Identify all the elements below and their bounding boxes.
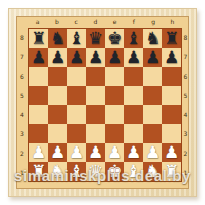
file-label-d: d bbox=[86, 16, 105, 28]
rank-label-4: 4 bbox=[182, 105, 189, 124]
square-c5[interactable] bbox=[67, 86, 86, 105]
square-e2[interactable]: ♟ bbox=[105, 143, 124, 162]
square-h2[interactable]: ♟ bbox=[162, 143, 181, 162]
file-labels-top: abcdefgh bbox=[28, 16, 182, 28]
square-a6[interactable] bbox=[29, 67, 48, 86]
square-f6[interactable] bbox=[124, 67, 143, 86]
rank-label-3: 3 bbox=[16, 124, 28, 143]
square-h1[interactable]: ♜ bbox=[162, 162, 181, 181]
square-a5[interactable] bbox=[29, 86, 48, 105]
square-h7[interactable]: ♟ bbox=[162, 48, 181, 67]
piece-white-pawn[interactable]: ♟ bbox=[107, 143, 122, 162]
square-c1[interactable]: ♝ bbox=[67, 162, 86, 181]
piece-white-pawn[interactable]: ♟ bbox=[31, 143, 46, 162]
square-g7[interactable]: ♟ bbox=[143, 48, 162, 67]
square-g8[interactable]: ♞ bbox=[143, 29, 162, 48]
board-photo: abcdefgh 87654321 87654321 ♜♞♝♛♚♝♞♜♟♟♟♟♟… bbox=[0, 0, 205, 205]
piece-white-pawn[interactable]: ♟ bbox=[145, 143, 160, 162]
rank-label-5: 5 bbox=[16, 86, 28, 105]
square-e8[interactable]: ♚ bbox=[105, 29, 124, 48]
piece-black-pawn[interactable]: ♟ bbox=[88, 48, 103, 67]
rank-label-5: 5 bbox=[182, 86, 189, 105]
file-label-h: h bbox=[163, 16, 182, 28]
square-e7[interactable]: ♟ bbox=[105, 48, 124, 67]
square-h3[interactable] bbox=[162, 124, 181, 143]
rank-label-2: 2 bbox=[16, 144, 28, 163]
piece-black-pawn[interactable]: ♟ bbox=[164, 48, 179, 67]
square-b7[interactable]: ♟ bbox=[48, 48, 67, 67]
piece-black-knight[interactable]: ♞ bbox=[145, 29, 160, 48]
file-label-c: c bbox=[67, 16, 86, 28]
square-a3[interactable] bbox=[29, 124, 48, 143]
rank-labels-right: 87654321 bbox=[182, 28, 189, 182]
piece-black-pawn[interactable]: ♟ bbox=[50, 48, 65, 67]
square-b6[interactable] bbox=[48, 67, 67, 86]
square-g5[interactable] bbox=[143, 86, 162, 105]
square-c8[interactable]: ♝ bbox=[67, 29, 86, 48]
square-b4[interactable] bbox=[48, 105, 67, 124]
square-b5[interactable] bbox=[48, 86, 67, 105]
file-label-f: f bbox=[124, 16, 143, 28]
piece-black-king[interactable]: ♚ bbox=[107, 29, 122, 48]
square-e1[interactable]: ♚ bbox=[105, 162, 124, 181]
square-f8[interactable]: ♝ bbox=[124, 29, 143, 48]
piece-black-knight[interactable]: ♞ bbox=[50, 29, 65, 48]
piece-white-bishop[interactable]: ♝ bbox=[126, 162, 141, 181]
square-b3[interactable] bbox=[48, 124, 67, 143]
piece-white-pawn[interactable]: ♟ bbox=[126, 143, 141, 162]
piece-white-pawn[interactable]: ♟ bbox=[164, 143, 179, 162]
square-c7[interactable]: ♟ bbox=[67, 48, 86, 67]
square-f1[interactable]: ♝ bbox=[124, 162, 143, 181]
square-e5[interactable] bbox=[105, 86, 124, 105]
piece-black-pawn[interactable]: ♟ bbox=[145, 48, 160, 67]
rank-labels-left: 87654321 bbox=[16, 28, 28, 182]
piece-black-pawn[interactable]: ♟ bbox=[107, 48, 122, 67]
square-h4[interactable] bbox=[162, 105, 181, 124]
file-label-e: e bbox=[105, 16, 124, 28]
square-c3[interactable] bbox=[67, 124, 86, 143]
square-g6[interactable] bbox=[143, 67, 162, 86]
square-f2[interactable]: ♟ bbox=[124, 143, 143, 162]
piece-white-queen[interactable]: ♛ bbox=[88, 162, 103, 181]
piece-white-rook[interactable]: ♜ bbox=[164, 162, 179, 181]
square-d5[interactable] bbox=[86, 86, 105, 105]
piece-white-knight[interactable]: ♞ bbox=[145, 162, 160, 181]
square-c4[interactable] bbox=[67, 105, 86, 124]
square-h6[interactable] bbox=[162, 67, 181, 86]
square-b1[interactable]: ♞ bbox=[48, 162, 67, 181]
square-d4[interactable] bbox=[86, 105, 105, 124]
piece-white-king[interactable]: ♚ bbox=[107, 162, 122, 181]
square-e3[interactable] bbox=[105, 124, 124, 143]
piece-black-bishop[interactable]: ♝ bbox=[69, 29, 84, 48]
square-g4[interactable] bbox=[143, 105, 162, 124]
piece-black-pawn[interactable]: ♟ bbox=[31, 48, 46, 67]
square-a8[interactable]: ♜ bbox=[29, 29, 48, 48]
piece-black-rook[interactable]: ♜ bbox=[164, 29, 179, 48]
square-d6[interactable] bbox=[86, 67, 105, 86]
rank-label-1: 1 bbox=[16, 163, 28, 182]
square-e4[interactable] bbox=[105, 105, 124, 124]
file-label-a: a bbox=[28, 16, 47, 28]
square-c2[interactable]: ♟ bbox=[67, 143, 86, 162]
square-f3[interactable] bbox=[124, 124, 143, 143]
square-d3[interactable] bbox=[86, 124, 105, 143]
file-label-g: g bbox=[144, 16, 163, 28]
square-d1[interactable]: ♛ bbox=[86, 162, 105, 181]
rank-label-3: 3 bbox=[182, 124, 189, 143]
piece-white-knight[interactable]: ♞ bbox=[50, 162, 65, 181]
piece-black-pawn[interactable]: ♟ bbox=[69, 48, 84, 67]
piece-black-queen[interactable]: ♛ bbox=[88, 29, 103, 48]
rank-label-6: 6 bbox=[182, 67, 189, 86]
square-f7[interactable]: ♟ bbox=[124, 48, 143, 67]
piece-white-pawn[interactable]: ♟ bbox=[69, 143, 84, 162]
rank-label-2: 2 bbox=[182, 144, 189, 163]
piece-black-rook[interactable]: ♜ bbox=[31, 29, 46, 48]
rank-label-6: 6 bbox=[16, 67, 28, 86]
square-a2[interactable]: ♟ bbox=[29, 143, 48, 162]
piece-black-pawn[interactable]: ♟ bbox=[126, 48, 141, 67]
square-g2[interactable]: ♟ bbox=[143, 143, 162, 162]
square-a4[interactable] bbox=[29, 105, 48, 124]
square-f5[interactable] bbox=[124, 86, 143, 105]
rank-label-8: 8 bbox=[16, 28, 28, 47]
square-b2[interactable]: ♟ bbox=[48, 143, 67, 162]
piece-black-bishop[interactable]: ♝ bbox=[126, 29, 141, 48]
square-b8[interactable]: ♞ bbox=[48, 29, 67, 48]
rank-label-4: 4 bbox=[16, 105, 28, 124]
square-g3[interactable] bbox=[143, 124, 162, 143]
rank-label-1: 1 bbox=[182, 163, 189, 182]
piece-white-rook[interactable]: ♜ bbox=[31, 162, 46, 181]
file-label-b: b bbox=[47, 16, 66, 28]
chess-board: ♜♞♝♛♚♝♞♜♟♟♟♟♟♟♟♟♟♟♟♟♟♟♟♟♜♞♝♛♚♝♞♜ bbox=[28, 28, 182, 182]
rank-label-7: 7 bbox=[182, 47, 189, 66]
piece-white-pawn[interactable]: ♟ bbox=[88, 143, 103, 162]
square-d8[interactable]: ♛ bbox=[86, 29, 105, 48]
square-a7[interactable]: ♟ bbox=[29, 48, 48, 67]
square-d7[interactable]: ♟ bbox=[86, 48, 105, 67]
square-h8[interactable]: ♜ bbox=[162, 29, 181, 48]
piece-white-bishop[interactable]: ♝ bbox=[69, 162, 84, 181]
piece-white-pawn[interactable]: ♟ bbox=[50, 143, 65, 162]
square-a1[interactable]: ♜ bbox=[29, 162, 48, 181]
square-f4[interactable] bbox=[124, 105, 143, 124]
rank-label-8: 8 bbox=[182, 28, 189, 47]
square-h5[interactable] bbox=[162, 86, 181, 105]
square-e6[interactable] bbox=[105, 67, 124, 86]
square-d2[interactable]: ♟ bbox=[86, 143, 105, 162]
rank-label-7: 7 bbox=[16, 47, 28, 66]
square-g1[interactable]: ♞ bbox=[143, 162, 162, 181]
square-c6[interactable] bbox=[67, 67, 86, 86]
